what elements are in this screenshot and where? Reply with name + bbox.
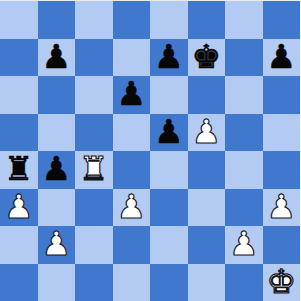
square-d8[interactable] xyxy=(113,1,151,39)
piece-white-pawn[interactable]: ♟ xyxy=(266,190,296,223)
square-b6[interactable] xyxy=(38,76,76,114)
square-a5[interactable] xyxy=(0,114,38,152)
square-h1[interactable]: ♚ xyxy=(263,264,301,301)
square-c5[interactable] xyxy=(75,114,113,152)
square-h6[interactable] xyxy=(263,76,301,114)
square-d6[interactable]: ♟ xyxy=(113,76,151,114)
piece-white-pawn[interactable]: ♟ xyxy=(41,227,71,260)
piece-black-pawn[interactable]: ♟ xyxy=(266,40,296,73)
square-c4[interactable]: ♜ xyxy=(75,151,113,189)
square-c6[interactable] xyxy=(75,76,113,114)
square-b4[interactable]: ♟ xyxy=(38,151,76,189)
square-e7[interactable]: ♟ xyxy=(150,39,188,77)
square-g1[interactable] xyxy=(225,264,263,301)
square-b8[interactable] xyxy=(38,1,76,39)
square-h8[interactable] xyxy=(263,1,301,39)
square-d7[interactable] xyxy=(113,39,151,77)
piece-black-pawn[interactable]: ♟ xyxy=(116,77,146,110)
square-b5[interactable] xyxy=(38,114,76,152)
square-c1[interactable] xyxy=(75,264,113,301)
square-f1[interactable] xyxy=(188,264,226,301)
piece-white-king[interactable]: ♚ xyxy=(266,265,296,298)
square-e4[interactable] xyxy=(150,151,188,189)
piece-white-pawn[interactable]: ♟ xyxy=(229,227,259,260)
square-g7[interactable] xyxy=(225,39,263,77)
piece-black-pawn[interactable]: ♟ xyxy=(41,40,71,73)
square-g3[interactable] xyxy=(225,189,263,227)
square-f5[interactable]: ♟ xyxy=(188,114,226,152)
square-e2[interactable] xyxy=(150,226,188,264)
square-h4[interactable] xyxy=(263,151,301,189)
square-e3[interactable] xyxy=(150,189,188,227)
square-a1[interactable] xyxy=(0,264,38,301)
square-d5[interactable] xyxy=(113,114,151,152)
square-h7[interactable]: ♟ xyxy=(263,39,301,77)
square-b3[interactable] xyxy=(38,189,76,227)
square-g2[interactable]: ♟ xyxy=(225,226,263,264)
piece-black-pawn[interactable]: ♟ xyxy=(154,40,184,73)
piece-white-rook[interactable]: ♜ xyxy=(79,152,109,185)
square-h3[interactable]: ♟ xyxy=(263,189,301,227)
square-e1[interactable] xyxy=(150,264,188,301)
chess-board-panel: ♟♟♚♟♟♟♟♜♟♜♟♟♟♟♟♚ xyxy=(0,0,300,301)
square-d1[interactable] xyxy=(113,264,151,301)
square-f8[interactable] xyxy=(188,1,226,39)
square-f2[interactable] xyxy=(188,226,226,264)
square-c8[interactable] xyxy=(75,1,113,39)
square-h2[interactable] xyxy=(263,226,301,264)
square-d4[interactable] xyxy=(113,151,151,189)
square-f6[interactable] xyxy=(188,76,226,114)
square-c7[interactable] xyxy=(75,39,113,77)
square-d2[interactable] xyxy=(113,226,151,264)
square-a4[interactable]: ♜ xyxy=(0,151,38,189)
piece-black-rook[interactable]: ♜ xyxy=(4,152,34,185)
piece-black-pawn[interactable]: ♟ xyxy=(154,115,184,148)
square-a8[interactable] xyxy=(0,1,38,39)
piece-white-pawn[interactable]: ♟ xyxy=(191,115,221,148)
square-a6[interactable] xyxy=(0,76,38,114)
piece-black-king[interactable]: ♚ xyxy=(191,40,221,73)
square-a2[interactable] xyxy=(0,226,38,264)
square-f3[interactable] xyxy=(188,189,226,227)
piece-white-pawn[interactable]: ♟ xyxy=(116,190,146,223)
square-e6[interactable] xyxy=(150,76,188,114)
square-b2[interactable]: ♟ xyxy=(38,226,76,264)
square-c2[interactable] xyxy=(75,226,113,264)
piece-black-pawn[interactable]: ♟ xyxy=(41,152,71,185)
square-f4[interactable] xyxy=(188,151,226,189)
chess-board: ♟♟♚♟♟♟♟♜♟♜♟♟♟♟♟♚ xyxy=(0,1,300,301)
square-g6[interactable] xyxy=(225,76,263,114)
square-f7[interactable]: ♚ xyxy=(188,39,226,77)
piece-white-pawn[interactable]: ♟ xyxy=(4,190,34,223)
square-g5[interactable] xyxy=(225,114,263,152)
square-a7[interactable] xyxy=(0,39,38,77)
square-e8[interactable] xyxy=(150,1,188,39)
square-b7[interactable]: ♟ xyxy=(38,39,76,77)
square-d3[interactable]: ♟ xyxy=(113,189,151,227)
square-g4[interactable] xyxy=(225,151,263,189)
square-c3[interactable] xyxy=(75,189,113,227)
square-e5[interactable]: ♟ xyxy=(150,114,188,152)
square-b1[interactable] xyxy=(38,264,76,301)
square-g8[interactable] xyxy=(225,1,263,39)
square-a3[interactable]: ♟ xyxy=(0,189,38,227)
square-h5[interactable] xyxy=(263,114,301,152)
